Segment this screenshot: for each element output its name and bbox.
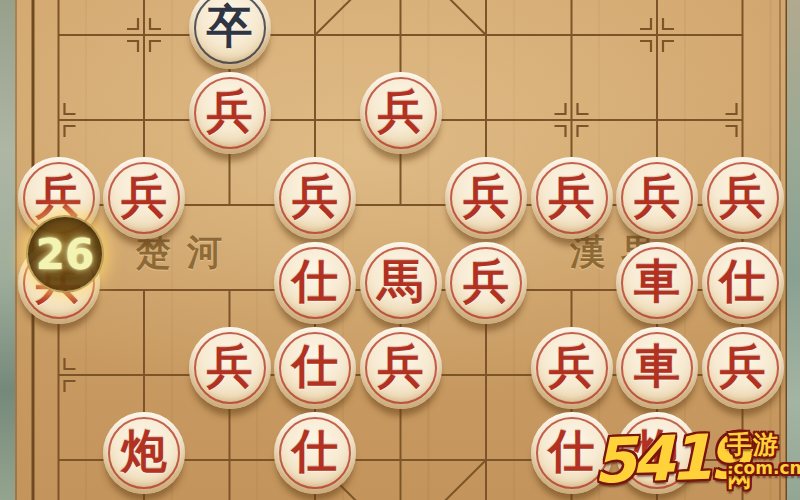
pawn-glyph: 兵 <box>121 174 167 220</box>
piece-red-pawn-f7r5[interactable]: 兵 <box>616 157 698 239</box>
piece-red-horse-f4r6[interactable]: 馬 <box>360 242 442 324</box>
piece-red-chariot-f7r6[interactable]: 車 <box>616 242 698 324</box>
piece-red-pawn-f4r4[interactable]: 兵 <box>360 72 442 154</box>
piece-count-badge: 26 <box>26 215 104 293</box>
piece-red-pawn-f5r5[interactable]: 兵 <box>445 157 527 239</box>
pawn-glyph: 兵 <box>207 89 253 135</box>
piece-red-pawn-f2r7[interactable]: 兵 <box>189 327 271 409</box>
pawn-glyph: 兵 <box>720 174 766 220</box>
piece-red-advisor-f3r6[interactable]: 仕 <box>274 242 356 324</box>
xiangqi-game-screen: 楚河 漢界 卒兵兵兵兵兵兵兵兵兵兵仕馬兵車仕兵仕兵兵車兵炮仕仕炮 26 5419… <box>0 0 800 500</box>
piece-red-pawn-f1r5[interactable]: 兵 <box>103 157 185 239</box>
advisor-glyph: 仕 <box>292 429 338 475</box>
piece-red-pawn-f8r5[interactable]: 兵 <box>702 157 784 239</box>
advisor-glyph: 仕 <box>549 429 595 475</box>
piece-red-pawn-f6r7[interactable]: 兵 <box>531 327 613 409</box>
piece-red-pawn-f5r6[interactable]: 兵 <box>445 242 527 324</box>
pawn-glyph: 兵 <box>292 174 338 220</box>
piece-red-chariot-f7r7[interactable]: 車 <box>616 327 698 409</box>
pawn-glyph: 兵 <box>720 344 766 390</box>
cannon-glyph: 炮 <box>121 429 167 475</box>
pawn-glyph: 兵 <box>634 174 680 220</box>
pawn-glyph: 兵 <box>463 259 509 305</box>
chariot-glyph: 車 <box>634 259 680 305</box>
piece-red-cannon-f7r8[interactable]: 炮 <box>616 412 698 494</box>
piece-red-pawn-f4r7[interactable]: 兵 <box>360 327 442 409</box>
pieces-layer: 卒兵兵兵兵兵兵兵兵兵兵仕馬兵車仕兵仕兵兵車兵炮仕仕炮 <box>0 0 800 500</box>
pawn-glyph: 兵 <box>36 174 82 220</box>
pawn-glyph: 兵 <box>463 174 509 220</box>
piece-red-pawn-f3r5[interactable]: 兵 <box>274 157 356 239</box>
advisor-glyph: 仕 <box>292 344 338 390</box>
pawn-glyph: 兵 <box>378 89 424 135</box>
pawn-glyph: 兵 <box>549 344 595 390</box>
piece-red-advisor-f6r8[interactable]: 仕 <box>531 412 613 494</box>
pawn-glyph: 兵 <box>549 174 595 220</box>
piece-red-pawn-f6r5[interactable]: 兵 <box>531 157 613 239</box>
piece-red-cannon-f1r8[interactable]: 炮 <box>103 412 185 494</box>
pawn-glyph: 卒 <box>207 4 253 50</box>
advisor-glyph: 仕 <box>720 259 766 305</box>
piece-red-advisor-f3r8[interactable]: 仕 <box>274 412 356 494</box>
pawn-glyph: 兵 <box>207 344 253 390</box>
piece-black-pawn-f2r3[interactable]: 卒 <box>189 0 271 69</box>
horse-glyph: 馬 <box>378 259 424 305</box>
piece-red-pawn-f2r4[interactable]: 兵 <box>189 72 271 154</box>
advisor-glyph: 仕 <box>292 259 338 305</box>
piece-red-pawn-f8r7[interactable]: 兵 <box>702 327 784 409</box>
chariot-glyph: 車 <box>634 344 680 390</box>
piece-red-advisor-f3r7[interactable]: 仕 <box>274 327 356 409</box>
piece-red-advisor-f8r6[interactable]: 仕 <box>702 242 784 324</box>
pawn-glyph: 兵 <box>378 344 424 390</box>
cannon-glyph: 炮 <box>634 429 680 475</box>
